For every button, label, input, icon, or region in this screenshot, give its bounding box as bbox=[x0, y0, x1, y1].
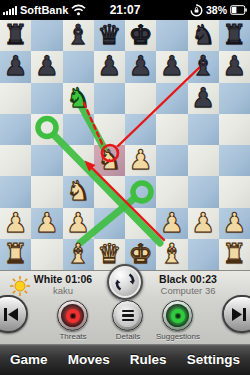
piece-black-pawn-d7[interactable]: ♟ bbox=[94, 51, 125, 82]
square-a6[interactable] bbox=[0, 83, 31, 114]
square-d2[interactable] bbox=[94, 208, 125, 239]
square-a5[interactable] bbox=[0, 114, 31, 145]
piece-black-pawn-f7[interactable]: ♟ bbox=[156, 51, 187, 82]
square-a3[interactable] bbox=[0, 176, 31, 207]
square-h3[interactable] bbox=[219, 176, 250, 207]
skip-to-end-button[interactable] bbox=[222, 295, 250, 333]
black-player-clock: Black 00:23 bbox=[133, 273, 243, 285]
square-d3[interactable] bbox=[94, 176, 125, 207]
piece-white-pawn-f2[interactable]: ♟ bbox=[156, 208, 187, 239]
chess-app-screen: SoftBank 21:07 38% bbox=[0, 0, 250, 375]
piece-black-bishop-c8[interactable]: ♝ bbox=[63, 20, 94, 51]
square-h5[interactable] bbox=[219, 114, 250, 145]
square-g4[interactable] bbox=[188, 145, 219, 176]
square-f4[interactable] bbox=[156, 145, 187, 176]
square-c5[interactable] bbox=[63, 114, 94, 145]
piece-black-queen-d8[interactable]: ♛ bbox=[94, 20, 125, 51]
square-h4[interactable] bbox=[219, 145, 250, 176]
piece-white-pawn-b2[interactable]: ♟ bbox=[31, 208, 62, 239]
suggestions-label: Suggestions bbox=[146, 332, 210, 341]
piece-black-king-e8[interactable]: ♚ bbox=[125, 20, 156, 51]
threats-button[interactable] bbox=[57, 300, 88, 331]
threats-red-light-icon bbox=[66, 309, 80, 323]
piece-black-knight-c6[interactable]: ♞ bbox=[63, 83, 94, 114]
square-f3[interactable] bbox=[156, 176, 187, 207]
piece-black-rook-a8[interactable]: ♜ bbox=[0, 20, 31, 51]
piece-white-rook-a1[interactable]: ♜ bbox=[0, 239, 31, 270]
battery-percent-label: 38% bbox=[206, 4, 227, 16]
piece-black-bishop-g7[interactable]: ♝ bbox=[188, 51, 219, 82]
square-b5[interactable] bbox=[31, 114, 62, 145]
piece-white-pawn-c2[interactable]: ♟ bbox=[63, 208, 94, 239]
square-b6[interactable] bbox=[31, 83, 62, 114]
piece-white-pawn-e4[interactable]: ♟ bbox=[125, 145, 156, 176]
piece-white-bishop-f1[interactable]: ♝ bbox=[156, 239, 187, 270]
square-d6[interactable] bbox=[94, 83, 125, 114]
piece-white-bishop-c1[interactable]: ♝ bbox=[63, 239, 94, 270]
piece-white-pawn-a2[interactable]: ♟ bbox=[0, 208, 31, 239]
flip-arrows-icon bbox=[113, 270, 137, 294]
flip-board-button[interactable] bbox=[107, 264, 143, 300]
details-button[interactable] bbox=[112, 300, 143, 331]
square-e5[interactable] bbox=[125, 114, 156, 145]
square-h6[interactable] bbox=[219, 83, 250, 114]
status-bar: SoftBank 21:07 38% bbox=[0, 0, 250, 20]
threats-label: Threats bbox=[43, 332, 103, 341]
piece-white-pawn-h2[interactable]: ♟ bbox=[219, 208, 250, 239]
square-g3[interactable] bbox=[188, 176, 219, 207]
piece-white-rook-h1[interactable]: ♜ bbox=[219, 239, 250, 270]
skip-to-start-button[interactable] bbox=[0, 295, 28, 333]
square-g1[interactable] bbox=[188, 239, 219, 270]
white-player-name: kaku bbox=[8, 285, 118, 296]
piece-white-knight-d4[interactable]: ♞ bbox=[94, 145, 125, 176]
piece-white-pawn-g2[interactable]: ♟ bbox=[188, 208, 219, 239]
square-a4[interactable] bbox=[0, 145, 31, 176]
suggestions-button[interactable] bbox=[162, 300, 193, 331]
tab-game[interactable]: Game bbox=[10, 352, 48, 367]
square-f6[interactable] bbox=[156, 83, 187, 114]
square-c7[interactable] bbox=[63, 51, 94, 82]
piece-black-pawn-h7[interactable]: ♟ bbox=[219, 51, 250, 82]
details-list-icon bbox=[116, 304, 139, 327]
square-b1[interactable] bbox=[31, 239, 62, 270]
black-player-name: Computer 36 bbox=[133, 285, 243, 296]
piece-white-knight-c3[interactable]: ♞ bbox=[63, 176, 94, 207]
tab-settings[interactable]: Settings bbox=[187, 352, 240, 367]
piece-black-pawn-b7[interactable]: ♟ bbox=[31, 51, 62, 82]
square-c4[interactable] bbox=[63, 145, 94, 176]
suggestions-green-light-icon bbox=[171, 309, 185, 323]
info-panel: White 01:06 kaku Black 00:23 Computer 36 bbox=[0, 270, 250, 344]
bottom-tab-bar: Game Moves Rules Settings bbox=[0, 344, 250, 375]
skip-to-start-icon bbox=[3, 307, 19, 322]
battery-icon bbox=[230, 5, 247, 15]
square-b8[interactable] bbox=[31, 20, 62, 51]
white-player-clock: White 01:06 bbox=[8, 273, 118, 285]
rotation-lock-icon bbox=[190, 4, 203, 17]
square-f8[interactable] bbox=[156, 20, 187, 51]
chess-board[interactable]: ♜♝♛♚♞♜♟♟♟♟♟♝♟♞♟♞♟♞♟♟♟♟♟♟♜♝♛♚♝♜ bbox=[0, 20, 250, 270]
square-d5[interactable] bbox=[94, 114, 125, 145]
tab-moves[interactable]: Moves bbox=[68, 352, 110, 367]
piece-black-knight-g8[interactable]: ♞ bbox=[188, 20, 219, 51]
square-e6[interactable] bbox=[125, 83, 156, 114]
square-g5[interactable] bbox=[188, 114, 219, 145]
square-b4[interactable] bbox=[31, 145, 62, 176]
square-b3[interactable] bbox=[31, 176, 62, 207]
piece-black-pawn-a7[interactable]: ♟ bbox=[0, 51, 31, 82]
skip-to-end-icon bbox=[231, 307, 247, 322]
square-f5[interactable] bbox=[156, 114, 187, 145]
square-e3[interactable] bbox=[125, 176, 156, 207]
piece-black-rook-h8[interactable]: ♜ bbox=[219, 20, 250, 51]
square-e2[interactable] bbox=[125, 208, 156, 239]
piece-black-pawn-g6[interactable]: ♟ bbox=[188, 83, 219, 114]
tab-rules[interactable]: Rules bbox=[130, 352, 167, 367]
piece-black-pawn-e7[interactable]: ♟ bbox=[125, 51, 156, 82]
